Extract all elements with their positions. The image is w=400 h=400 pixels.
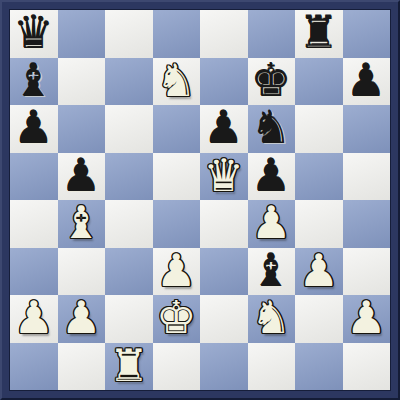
square-h2[interactable]: ♟ bbox=[343, 295, 391, 343]
square-c6[interactable] bbox=[105, 105, 153, 153]
black-rook[interactable]: ♜ bbox=[299, 10, 339, 56]
white-pawn[interactable]: ♟ bbox=[61, 295, 101, 341]
square-h7[interactable]: ♟ bbox=[343, 58, 391, 106]
square-h8[interactable] bbox=[343, 10, 391, 58]
white-pawn[interactable]: ♟ bbox=[251, 200, 291, 246]
square-c5[interactable] bbox=[105, 153, 153, 201]
square-e7[interactable] bbox=[200, 58, 248, 106]
square-a6[interactable]: ♟ bbox=[10, 105, 58, 153]
square-a8[interactable]: ♛ bbox=[10, 10, 58, 58]
square-b6[interactable] bbox=[58, 105, 106, 153]
square-a3[interactable] bbox=[10, 248, 58, 296]
black-bishop[interactable]: ♝ bbox=[14, 58, 54, 104]
black-queen[interactable]: ♛ bbox=[14, 10, 54, 56]
square-f2[interactable]: ♞ bbox=[248, 295, 296, 343]
square-e3[interactable] bbox=[200, 248, 248, 296]
square-h4[interactable] bbox=[343, 200, 391, 248]
square-f8[interactable] bbox=[248, 10, 296, 58]
square-g1[interactable] bbox=[295, 343, 343, 391]
square-g3[interactable]: ♟ bbox=[295, 248, 343, 296]
chess-board: ♛♜♝♞♚♟♟♟♞♟♛♟♝♟♟♝♟♟♟♚♞♟♜ bbox=[9, 9, 391, 391]
square-a5[interactable] bbox=[10, 153, 58, 201]
square-c8[interactable] bbox=[105, 10, 153, 58]
square-c3[interactable] bbox=[105, 248, 153, 296]
square-d6[interactable] bbox=[153, 105, 201, 153]
white-king[interactable]: ♚ bbox=[156, 295, 196, 341]
square-e4[interactable] bbox=[200, 200, 248, 248]
square-e6[interactable]: ♟ bbox=[200, 105, 248, 153]
white-knight[interactable]: ♞ bbox=[251, 295, 291, 341]
square-g2[interactable] bbox=[295, 295, 343, 343]
square-e5[interactable]: ♛ bbox=[200, 153, 248, 201]
white-rook[interactable]: ♜ bbox=[109, 343, 149, 389]
square-h5[interactable] bbox=[343, 153, 391, 201]
square-f7[interactable]: ♚ bbox=[248, 58, 296, 106]
square-g6[interactable] bbox=[295, 105, 343, 153]
square-f5[interactable]: ♟ bbox=[248, 153, 296, 201]
square-d2[interactable]: ♚ bbox=[153, 295, 201, 343]
square-f3[interactable]: ♝ bbox=[248, 248, 296, 296]
square-b2[interactable]: ♟ bbox=[58, 295, 106, 343]
square-d3[interactable]: ♟ bbox=[153, 248, 201, 296]
black-bishop[interactable]: ♝ bbox=[251, 248, 291, 294]
square-b4[interactable]: ♝ bbox=[58, 200, 106, 248]
black-king[interactable]: ♚ bbox=[251, 58, 291, 104]
square-f1[interactable] bbox=[248, 343, 296, 391]
black-pawn[interactable]: ♟ bbox=[204, 105, 244, 151]
square-h6[interactable] bbox=[343, 105, 391, 153]
square-e1[interactable] bbox=[200, 343, 248, 391]
square-h1[interactable] bbox=[343, 343, 391, 391]
black-pawn[interactable]: ♟ bbox=[61, 153, 101, 199]
square-g8[interactable]: ♜ bbox=[295, 10, 343, 58]
white-pawn[interactable]: ♟ bbox=[14, 295, 54, 341]
black-pawn[interactable]: ♟ bbox=[251, 153, 291, 199]
square-f6[interactable]: ♞ bbox=[248, 105, 296, 153]
black-knight[interactable]: ♞ bbox=[251, 105, 291, 151]
square-g4[interactable] bbox=[295, 200, 343, 248]
square-g7[interactable] bbox=[295, 58, 343, 106]
square-c4[interactable] bbox=[105, 200, 153, 248]
black-pawn[interactable]: ♟ bbox=[346, 58, 386, 104]
square-d4[interactable] bbox=[153, 200, 201, 248]
square-d5[interactable] bbox=[153, 153, 201, 201]
square-d7[interactable]: ♞ bbox=[153, 58, 201, 106]
square-b3[interactable] bbox=[58, 248, 106, 296]
square-e8[interactable] bbox=[200, 10, 248, 58]
square-g5[interactable] bbox=[295, 153, 343, 201]
white-pawn[interactable]: ♟ bbox=[346, 295, 386, 341]
square-f4[interactable]: ♟ bbox=[248, 200, 296, 248]
square-c2[interactable] bbox=[105, 295, 153, 343]
square-a4[interactable] bbox=[10, 200, 58, 248]
white-queen[interactable]: ♛ bbox=[204, 153, 244, 199]
square-c7[interactable] bbox=[105, 58, 153, 106]
white-pawn[interactable]: ♟ bbox=[156, 248, 196, 294]
square-b8[interactable] bbox=[58, 10, 106, 58]
white-knight[interactable]: ♞ bbox=[156, 58, 196, 104]
square-c1[interactable]: ♜ bbox=[105, 343, 153, 391]
square-a2[interactable]: ♟ bbox=[10, 295, 58, 343]
square-b5[interactable]: ♟ bbox=[58, 153, 106, 201]
square-a7[interactable]: ♝ bbox=[10, 58, 58, 106]
square-a1[interactable] bbox=[10, 343, 58, 391]
black-pawn[interactable]: ♟ bbox=[14, 105, 54, 151]
square-b7[interactable] bbox=[58, 58, 106, 106]
square-d1[interactable] bbox=[153, 343, 201, 391]
square-b1[interactable] bbox=[58, 343, 106, 391]
square-h3[interactable] bbox=[343, 248, 391, 296]
square-d8[interactable] bbox=[153, 10, 201, 58]
chess-board-frame: ♛♜♝♞♚♟♟♟♞♟♛♟♝♟♟♝♟♟♟♚♞♟♜ bbox=[0, 0, 400, 400]
white-pawn[interactable]: ♟ bbox=[299, 248, 339, 294]
square-e2[interactable] bbox=[200, 295, 248, 343]
white-bishop[interactable]: ♝ bbox=[61, 200, 101, 246]
